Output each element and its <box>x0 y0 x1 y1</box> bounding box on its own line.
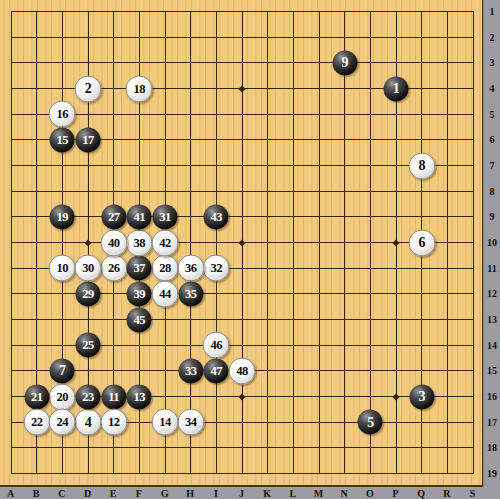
row-label-11: 11 <box>487 262 496 273</box>
move-number: 13 <box>134 390 146 403</box>
move-number: 39 <box>134 288 146 301</box>
stone-black-9-N3[interactable]: 9 <box>332 50 357 75</box>
stone-black-21-B16[interactable]: 21 <box>24 384 49 409</box>
move-number: 22 <box>31 416 43 429</box>
move-number: 29 <box>82 288 94 301</box>
move-number: 14 <box>159 416 171 429</box>
move-number: 16 <box>57 108 69 121</box>
row-label-12: 12 <box>487 288 497 299</box>
stone-white-44-G12[interactable]: 44 <box>152 280 179 307</box>
col-label-F: F <box>136 488 142 499</box>
move-number: 36 <box>185 262 197 275</box>
star-point <box>84 239 91 246</box>
row-label-2: 2 <box>490 31 495 42</box>
row-label-4: 4 <box>490 83 495 94</box>
move-number: 23 <box>82 390 94 403</box>
row-label-9: 9 <box>490 211 495 222</box>
stone-white-20-C16[interactable]: 20 <box>49 383 76 410</box>
stone-white-38-F10[interactable]: 38 <box>126 229 153 256</box>
stone-black-33-H15[interactable]: 33 <box>178 358 203 383</box>
stone-white-42-G10[interactable]: 42 <box>152 229 179 256</box>
row-label-7: 7 <box>490 160 495 171</box>
row-label-8: 8 <box>490 185 495 196</box>
col-label-L: L <box>290 488 297 499</box>
move-number: 27 <box>108 211 120 224</box>
row-label-3: 3 <box>490 57 495 68</box>
stone-black-41-F9[interactable]: 41 <box>127 204 152 229</box>
stone-black-23-D16[interactable]: 23 <box>76 384 101 409</box>
grid-line-horizontal <box>11 473 474 474</box>
grid-line-vertical <box>447 11 448 474</box>
grid-line-vertical <box>267 11 268 474</box>
grid-line-vertical <box>319 11 320 474</box>
col-label-D: D <box>84 488 91 499</box>
grid-line-vertical <box>344 11 345 474</box>
col-label-C: C <box>58 488 65 499</box>
grid-line-vertical <box>293 11 294 474</box>
stone-black-17-D6[interactable]: 17 <box>76 127 101 152</box>
move-number: 32 <box>211 262 223 275</box>
stone-black-29-D12[interactable]: 29 <box>76 281 101 306</box>
col-label-E: E <box>110 488 117 499</box>
col-label-K: K <box>263 488 271 499</box>
star-point <box>238 85 245 92</box>
move-number: 35 <box>185 288 197 301</box>
stone-black-11-E16[interactable]: 11 <box>101 384 126 409</box>
move-number: 21 <box>31 390 43 403</box>
stone-black-1-P4[interactable]: 1 <box>384 76 409 101</box>
stone-white-16-C5[interactable]: 16 <box>49 101 76 128</box>
star-point <box>238 239 245 246</box>
move-number: 17 <box>82 134 94 147</box>
col-label-strip: ABCDEFGHIJKLMNOPQRS <box>0 487 484 499</box>
row-label-14: 14 <box>487 339 497 350</box>
stone-black-43-I9[interactable]: 43 <box>204 204 229 229</box>
stone-white-40-E10[interactable]: 40 <box>100 229 127 256</box>
move-number: 34 <box>185 416 197 429</box>
move-number: 43 <box>211 211 223 224</box>
move-number: 8 <box>418 159 425 173</box>
col-label-N: N <box>341 488 348 499</box>
move-number: 44 <box>159 288 171 301</box>
stone-black-47-I15[interactable]: 47 <box>204 358 229 383</box>
stone-white-32-I11[interactable]: 32 <box>203 255 230 282</box>
move-number: 3 <box>418 390 425 404</box>
star-point <box>238 393 245 400</box>
move-number: 31 <box>159 211 171 224</box>
grid-line-vertical <box>370 11 371 474</box>
move-number: 47 <box>211 365 223 378</box>
stone-white-10-C11[interactable]: 10 <box>49 255 76 282</box>
col-label-M: M <box>314 488 323 499</box>
col-label-Q: Q <box>417 488 425 499</box>
stone-black-5-O17[interactable]: 5 <box>358 410 383 435</box>
move-number: 48 <box>236 365 248 378</box>
stone-black-31-G9[interactable]: 31 <box>153 204 178 229</box>
move-number: 19 <box>57 211 69 224</box>
stone-black-39-F12[interactable]: 39 <box>127 281 152 306</box>
stone-black-35-H12[interactable]: 35 <box>178 281 203 306</box>
star-point <box>393 239 400 246</box>
grid-line-horizontal <box>11 319 474 320</box>
move-number: 45 <box>134 313 146 326</box>
row-label-17: 17 <box>487 416 497 427</box>
col-label-S: S <box>470 488 476 499</box>
stone-white-4-D17[interactable]: 4 <box>75 409 102 436</box>
stone-black-25-D14[interactable]: 25 <box>76 333 101 358</box>
stone-white-14-G17[interactable]: 14 <box>152 409 179 436</box>
move-number: 24 <box>57 416 69 429</box>
move-number: 25 <box>82 339 94 352</box>
col-label-A: A <box>7 488 14 499</box>
move-number: 4 <box>85 415 92 429</box>
grid-line-vertical <box>473 11 474 474</box>
move-number: 6 <box>418 236 425 250</box>
stone-white-8-Q7[interactable]: 8 <box>408 152 435 179</box>
stone-black-45-F13[interactable]: 45 <box>127 307 152 332</box>
stone-white-34-H17[interactable]: 34 <box>177 409 204 436</box>
move-number: 33 <box>185 365 197 378</box>
star-point <box>393 393 400 400</box>
stone-black-7-C15[interactable]: 7 <box>50 358 75 383</box>
col-label-J: J <box>239 488 244 499</box>
move-number: 42 <box>159 236 171 249</box>
stone-black-13-F16[interactable]: 13 <box>127 384 152 409</box>
stone-black-37-F11[interactable]: 37 <box>127 256 152 281</box>
stone-white-30-D11[interactable]: 30 <box>75 255 102 282</box>
move-number: 10 <box>57 262 69 275</box>
stone-black-15-C6[interactable]: 15 <box>50 127 75 152</box>
col-label-R: R <box>443 488 450 499</box>
stone-white-26-E11[interactable]: 26 <box>100 255 127 282</box>
go-board-diagram: 1234567891011121314151617181920212223242… <box>0 0 500 499</box>
move-number: 15 <box>57 134 69 147</box>
move-number: 11 <box>108 390 119 403</box>
go-board: 1234567891011121314151617181920212223242… <box>0 0 484 487</box>
stone-white-12-E17[interactable]: 12 <box>100 409 127 436</box>
move-number: 40 <box>108 236 120 249</box>
row-label-18: 18 <box>487 442 497 453</box>
row-label-10: 10 <box>487 237 497 248</box>
move-number: 30 <box>82 262 94 275</box>
col-label-I: I <box>214 488 218 499</box>
stone-white-24-C17[interactable]: 24 <box>49 409 76 436</box>
col-label-O: O <box>366 488 374 499</box>
stone-white-46-I14[interactable]: 46 <box>203 332 230 359</box>
move-number: 26 <box>108 262 120 275</box>
row-label-strip: 12345678910111213141516171819 <box>483 0 500 499</box>
move-number: 28 <box>159 262 171 275</box>
move-number: 7 <box>59 364 66 378</box>
col-label-P: P <box>392 488 398 499</box>
stone-black-3-Q16[interactable]: 3 <box>409 384 434 409</box>
stone-white-28-G11[interactable]: 28 <box>152 255 179 282</box>
stone-white-6-Q10[interactable]: 6 <box>408 229 435 256</box>
stone-white-22-B17[interactable]: 22 <box>23 409 50 436</box>
move-number: 9 <box>341 56 348 70</box>
row-label-1: 1 <box>490 6 495 17</box>
col-label-H: H <box>186 488 194 499</box>
stone-black-19-C9[interactable]: 19 <box>50 204 75 229</box>
move-number: 38 <box>134 236 146 249</box>
stone-black-27-E9[interactable]: 27 <box>101 204 126 229</box>
move-number: 1 <box>393 82 400 96</box>
move-number: 20 <box>57 390 69 403</box>
row-label-13: 13 <box>487 314 497 325</box>
col-label-B: B <box>33 488 40 499</box>
stone-white-36-H11[interactable]: 36 <box>177 255 204 282</box>
move-number: 37 <box>134 262 146 275</box>
move-number: 12 <box>108 416 120 429</box>
stone-white-48-J15[interactable]: 48 <box>229 357 256 384</box>
row-label-16: 16 <box>487 391 497 402</box>
row-label-6: 6 <box>490 134 495 145</box>
move-number: 41 <box>134 211 146 224</box>
move-number: 2 <box>85 82 92 96</box>
row-label-19: 19 <box>487 468 497 479</box>
row-label-5: 5 <box>490 108 495 119</box>
row-label-15: 15 <box>487 365 497 376</box>
move-number: 18 <box>134 82 146 95</box>
stone-white-18-F4[interactable]: 18 <box>126 75 153 102</box>
move-number: 5 <box>367 415 374 429</box>
col-label-G: G <box>161 488 169 499</box>
move-number: 46 <box>211 339 223 352</box>
grid-line-horizontal <box>11 447 474 448</box>
stone-white-2-D4[interactable]: 2 <box>75 75 102 102</box>
